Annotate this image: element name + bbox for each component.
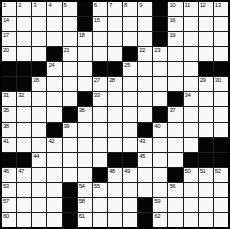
- black-cell-r15c10: [138, 213, 152, 227]
- cell-r3c15[interactable]: [214, 32, 228, 46]
- cell-r8c2[interactable]: [17, 107, 31, 121]
- black-cell-r8c5: [63, 107, 77, 121]
- cell-r3c1[interactable]: 17: [2, 32, 16, 46]
- black-cell-r3c11: [153, 32, 167, 46]
- black-cell-r5c3: [32, 62, 46, 76]
- cell-r8c12[interactable]: 37: [168, 107, 182, 121]
- cell-r14c13[interactable]: [184, 198, 198, 212]
- cell-r5c6[interactable]: [78, 62, 92, 76]
- cell-r1c14[interactable]: 12: [199, 2, 213, 16]
- clue-number-29: 29: [200, 77, 206, 84]
- clue-number-34: 34: [185, 92, 191, 99]
- clue-number-26: 26: [33, 77, 39, 84]
- cell-r3c14[interactable]: [199, 32, 213, 46]
- cell-r1c9[interactable]: 8: [123, 2, 137, 16]
- cell-r7c14[interactable]: [199, 92, 213, 106]
- clue-number-7: 7: [109, 2, 112, 9]
- clue-number-44: 44: [33, 153, 39, 160]
- cell-r12c14[interactable]: 51: [199, 168, 213, 182]
- cell-r8c8[interactable]: [108, 107, 122, 121]
- cell-r12c11[interactable]: [153, 168, 167, 182]
- cell-r15c2[interactable]: [17, 213, 31, 227]
- cell-r12c9[interactable]: 49: [123, 168, 137, 182]
- black-cell-r11c2: [17, 153, 31, 167]
- cell-r4c8[interactable]: [108, 47, 122, 61]
- cell-r3c9[interactable]: [123, 32, 137, 46]
- cell-r4c15[interactable]: [214, 47, 228, 61]
- cell-r14c6[interactable]: 58: [78, 198, 92, 212]
- clue-number-21: 21: [64, 47, 70, 54]
- black-cell-r14c10: [138, 198, 152, 212]
- cell-r9c2[interactable]: [17, 123, 31, 137]
- cell-r3c8[interactable]: [108, 32, 122, 46]
- cell-r11c5[interactable]: [63, 153, 77, 167]
- cell-r15c13[interactable]: [184, 213, 198, 227]
- cell-r2c15[interactable]: [214, 17, 228, 31]
- cell-r15c1[interactable]: 60: [2, 213, 16, 227]
- cell-r14c3[interactable]: [32, 198, 46, 212]
- cell-r14c9[interactable]: [123, 198, 137, 212]
- cell-r9c5[interactable]: 39: [63, 123, 77, 137]
- cell-r9c1[interactable]: 38: [2, 123, 16, 137]
- cell-r4c5[interactable]: 21: [63, 47, 77, 61]
- cell-r6c15[interactable]: 30: [214, 77, 228, 91]
- cell-r5c13[interactable]: [184, 62, 198, 76]
- cell-r5c12[interactable]: [168, 62, 182, 76]
- cell-r14c8[interactable]: [108, 198, 122, 212]
- cell-r14c11[interactable]: 59: [153, 198, 167, 212]
- clue-number-32: 32: [18, 92, 24, 99]
- cell-r6c13[interactable]: [184, 77, 198, 91]
- clue-number-60: 60: [3, 213, 9, 220]
- cell-r6c4[interactable]: [47, 77, 61, 91]
- cell-r10c6[interactable]: [78, 138, 92, 152]
- clue-number-40: 40: [154, 123, 160, 130]
- cell-r1c5[interactable]: 5: [63, 2, 77, 16]
- cell-r12c4[interactable]: [47, 168, 61, 182]
- cell-r7c9[interactable]: [123, 92, 137, 106]
- black-cell-r7c12: [168, 92, 182, 106]
- cell-r4c12[interactable]: [168, 47, 182, 61]
- black-cell-r6c1: [2, 77, 16, 91]
- clue-number-4: 4: [48, 2, 51, 9]
- cell-r3c13[interactable]: [184, 32, 198, 46]
- cell-r7c15[interactable]: [214, 92, 228, 106]
- black-cell-r10c14: [199, 138, 213, 152]
- black-cell-r11c14: [199, 153, 213, 167]
- cell-r4c2[interactable]: [17, 47, 31, 61]
- black-cell-r2c6: [78, 17, 92, 31]
- clue-number-31: 31: [3, 92, 9, 99]
- cell-r2c4[interactable]: [47, 17, 61, 31]
- cell-r15c9[interactable]: [123, 213, 137, 227]
- cell-r7c13[interactable]: 34: [184, 92, 198, 106]
- black-cell-r1c11: [153, 2, 167, 16]
- cell-r12c15[interactable]: 52: [214, 168, 228, 182]
- cell-r4c3[interactable]: [32, 47, 46, 61]
- cell-r3c4[interactable]: [47, 32, 61, 46]
- clue-number-9: 9: [139, 2, 142, 9]
- black-cell-r5c7: [93, 62, 107, 76]
- clue-number-41: 41: [3, 138, 9, 145]
- black-cell-r12c7: [93, 168, 107, 182]
- cell-r14c14[interactable]: [199, 198, 213, 212]
- clue-number-20: 20: [3, 47, 9, 54]
- cell-r6c3[interactable]: 26: [32, 77, 46, 91]
- clue-number-30: 30: [215, 77, 221, 84]
- clue-number-10: 10: [169, 2, 175, 9]
- cell-r7c2[interactable]: 32: [17, 92, 31, 106]
- cell-r6c12[interactable]: [168, 77, 182, 91]
- clue-number-62: 62: [154, 213, 160, 220]
- cell-r6c7[interactable]: 27: [93, 77, 107, 91]
- cell-r4c1[interactable]: 20: [2, 47, 16, 61]
- cell-r13c4[interactable]: [47, 183, 61, 197]
- clue-number-6: 6: [94, 2, 97, 9]
- black-cell-r11c13: [184, 153, 198, 167]
- cell-r15c7[interactable]: [93, 213, 107, 227]
- clue-number-8: 8: [124, 2, 127, 9]
- cell-r15c8[interactable]: [108, 213, 122, 227]
- clue-number-27: 27: [94, 77, 100, 84]
- black-cell-r10c15: [214, 138, 228, 152]
- clue-number-38: 38: [3, 123, 9, 130]
- clue-number-48: 48: [109, 168, 115, 175]
- clue-number-54: 54: [79, 183, 85, 190]
- black-cell-r11c9: [123, 153, 137, 167]
- cell-r2c7[interactable]: 15: [93, 17, 107, 31]
- cell-r5c11[interactable]: [153, 62, 167, 76]
- clue-number-17: 17: [3, 32, 9, 39]
- clue-number-28: 28: [109, 77, 115, 84]
- cell-r1c8[interactable]: 7: [108, 2, 122, 16]
- cell-r14c7[interactable]: [93, 198, 107, 212]
- clue-number-22: 22: [139, 47, 145, 54]
- cell-r3c6[interactable]: 18: [78, 32, 92, 46]
- cell-r4c11[interactable]: 23: [153, 47, 167, 61]
- black-cell-r4c9: [123, 47, 137, 61]
- clue-number-13: 13: [215, 2, 221, 9]
- black-cell-r5c14: [199, 62, 213, 76]
- cell-r13c6[interactable]: 54: [78, 183, 92, 197]
- clue-number-36: 36: [79, 107, 85, 114]
- cell-r12c3[interactable]: [32, 168, 46, 182]
- clue-number-37: 37: [169, 107, 175, 114]
- clue-number-5: 5: [64, 2, 67, 9]
- clue-number-19: 19: [169, 32, 175, 39]
- cell-r14c4[interactable]: [47, 198, 61, 212]
- cell-r15c11[interactable]: 62: [153, 213, 167, 227]
- cell-r10c9[interactable]: [123, 138, 137, 152]
- cell-r9c13[interactable]: [184, 123, 198, 137]
- cell-r13c15[interactable]: [214, 183, 228, 197]
- black-cell-r11c15: [214, 153, 228, 167]
- cell-r2c14[interactable]: [199, 17, 213, 31]
- cell-r6c6[interactable]: [78, 77, 92, 91]
- cell-r7c7[interactable]: 33: [93, 92, 107, 106]
- black-cell-r6c2: [17, 77, 31, 91]
- cell-r9c6[interactable]: [78, 123, 92, 137]
- cell-r7c11[interactable]: [153, 92, 167, 106]
- cell-r3c7[interactable]: [93, 32, 107, 46]
- clue-number-47: 47: [18, 168, 24, 175]
- cell-r6c8[interactable]: 28: [108, 77, 122, 91]
- cell-r2c3[interactable]: [32, 17, 46, 31]
- cell-r12c2[interactable]: 47: [17, 168, 31, 182]
- cell-r15c4[interactable]: [47, 213, 61, 227]
- cell-r6c14[interactable]: 29: [199, 77, 213, 91]
- cell-r4c10[interactable]: 22: [138, 47, 152, 61]
- clue-number-57: 57: [3, 198, 9, 205]
- cell-r1c12[interactable]: 10: [168, 2, 182, 16]
- clue-number-25: 25: [124, 62, 130, 69]
- cell-r13c14[interactable]: [199, 183, 213, 197]
- clue-number-23: 23: [154, 47, 160, 54]
- crossword-page: 1234567891011121314151617181920212223242…: [0, 0, 230, 229]
- cell-r12c8[interactable]: 48: [108, 168, 122, 182]
- cell-r8c10[interactable]: [138, 107, 152, 121]
- black-cell-r15c5: [63, 213, 77, 227]
- cell-r1c1[interactable]: 1: [2, 2, 16, 16]
- clue-number-35: 35: [3, 107, 9, 114]
- cell-r12c6[interactable]: [78, 168, 92, 182]
- cell-r1c3[interactable]: 3: [32, 2, 46, 16]
- cell-r3c5[interactable]: [63, 32, 77, 46]
- cell-r14c12[interactable]: [168, 198, 182, 212]
- clue-number-18: 18: [79, 32, 85, 39]
- clue-number-2: 2: [18, 2, 21, 9]
- cell-r8c6[interactable]: 36: [78, 107, 92, 121]
- black-cell-r9c4: [47, 123, 61, 137]
- cell-r1c15[interactable]: 13: [214, 2, 228, 16]
- cell-r13c2[interactable]: [17, 183, 31, 197]
- cell-r9c15[interactable]: [214, 123, 228, 137]
- cell-r9c3[interactable]: [32, 123, 46, 137]
- clue-number-56: 56: [169, 183, 175, 190]
- cell-r12c13[interactable]: 50: [184, 168, 198, 182]
- cell-r10c3[interactable]: [32, 138, 46, 152]
- clue-number-24: 24: [48, 62, 54, 69]
- cell-r11c7[interactable]: [93, 153, 107, 167]
- cell-r2c9[interactable]: [123, 17, 137, 31]
- black-cell-r13c5: [63, 183, 77, 197]
- cell-r10c7[interactable]: [93, 138, 107, 152]
- cell-r12c1[interactable]: 46: [2, 168, 16, 182]
- cell-r2c10[interactable]: [138, 17, 152, 31]
- cell-r2c8[interactable]: [108, 17, 122, 31]
- cell-r8c4[interactable]: [47, 107, 61, 121]
- clue-number-15: 15: [94, 17, 100, 24]
- black-cell-r9c10: [138, 123, 152, 137]
- clue-number-59: 59: [154, 198, 160, 205]
- cell-r15c6[interactable]: 61: [78, 213, 92, 227]
- cell-r9c14[interactable]: [199, 123, 213, 137]
- cell-r2c5[interactable]: [63, 17, 77, 31]
- cell-r2c13[interactable]: [184, 17, 198, 31]
- black-cell-r7c6: [78, 92, 92, 106]
- cell-r13c1[interactable]: 53: [2, 183, 16, 197]
- cell-r10c10[interactable]: 43: [138, 138, 152, 152]
- clue-number-61: 61: [79, 213, 85, 220]
- cell-r7c4[interactable]: [47, 92, 61, 106]
- black-cell-r2c11: [153, 17, 167, 31]
- clue-number-14: 14: [3, 17, 9, 24]
- cell-r14c15[interactable]: [214, 198, 228, 212]
- black-cell-r11c8: [108, 153, 122, 167]
- clue-number-42: 42: [48, 138, 54, 145]
- clue-number-49: 49: [124, 168, 130, 175]
- cell-r13c10[interactable]: [138, 183, 152, 197]
- clue-number-3: 3: [33, 2, 36, 9]
- cell-r5c10[interactable]: [138, 62, 152, 76]
- cell-r9c9[interactable]: [123, 123, 137, 137]
- cell-r4c14[interactable]: [199, 47, 213, 61]
- cell-r14c1[interactable]: 57: [2, 198, 16, 212]
- cell-r8c15[interactable]: [214, 107, 228, 121]
- cell-r10c5[interactable]: [63, 138, 77, 152]
- black-cell-r8c11: [153, 107, 167, 121]
- cell-r9c8[interactable]: [108, 123, 122, 137]
- cell-r13c3[interactable]: [32, 183, 46, 197]
- cell-r8c9[interactable]: [123, 107, 137, 121]
- cell-r4c7[interactable]: [93, 47, 107, 61]
- black-cell-r1c6: [78, 2, 92, 16]
- cell-r7c3[interactable]: [32, 92, 46, 106]
- cell-r10c12[interactable]: [168, 138, 182, 152]
- cell-r1c4[interactable]: 4: [47, 2, 61, 16]
- cell-r6c11[interactable]: [153, 77, 167, 91]
- cell-r13c8[interactable]: [108, 183, 122, 197]
- cell-r13c13[interactable]: [184, 183, 198, 197]
- cell-r8c13[interactable]: [184, 107, 198, 121]
- clue-number-39: 39: [64, 123, 70, 130]
- cell-r11c3[interactable]: 44: [32, 153, 46, 167]
- black-cell-r5c1: [2, 62, 16, 76]
- cell-r9c7[interactable]: [93, 123, 107, 137]
- clue-number-33: 33: [94, 92, 100, 99]
- cell-r3c10[interactable]: [138, 32, 152, 46]
- clue-number-55: 55: [94, 183, 100, 190]
- black-cell-r14c5: [63, 198, 77, 212]
- black-cell-r12c12: [168, 168, 182, 182]
- cell-r2c2[interactable]: [17, 17, 31, 31]
- clue-number-50: 50: [185, 168, 191, 175]
- cell-r8c14[interactable]: [199, 107, 213, 121]
- clue-number-43: 43: [139, 138, 145, 145]
- cell-r2c12[interactable]: 16: [168, 17, 182, 31]
- cell-r11c10[interactable]: 45: [138, 153, 152, 167]
- cell-r13c11[interactable]: [153, 183, 167, 197]
- cell-r6c5[interactable]: [63, 77, 77, 91]
- black-cell-r5c2: [17, 62, 31, 76]
- cell-r7c10[interactable]: [138, 92, 152, 106]
- cell-r10c11[interactable]: [153, 138, 167, 152]
- cell-r1c10[interactable]: 9: [138, 2, 152, 16]
- cell-r15c15[interactable]: [214, 213, 228, 227]
- cell-r3c3[interactable]: [32, 32, 46, 46]
- cell-r7c1[interactable]: 31: [2, 92, 16, 106]
- cell-r8c7[interactable]: [93, 107, 107, 121]
- cell-r11c11[interactable]: [153, 153, 167, 167]
- cell-r2c1[interactable]: 14: [2, 17, 16, 31]
- cell-r1c7[interactable]: 6: [93, 2, 107, 16]
- cell-r9c12[interactable]: [168, 123, 182, 137]
- cell-r15c3[interactable]: [32, 213, 46, 227]
- cell-r5c4[interactable]: 24: [47, 62, 61, 76]
- clue-number-45: 45: [139, 153, 145, 160]
- cell-r4c6[interactable]: [78, 47, 92, 61]
- clue-number-1: 1: [3, 2, 6, 9]
- clue-number-11: 11: [185, 2, 190, 9]
- black-cell-r5c15: [214, 62, 228, 76]
- cell-r13c9[interactable]: [123, 183, 137, 197]
- clue-number-51: 51: [200, 168, 206, 175]
- cell-r15c12[interactable]: [168, 213, 182, 227]
- cell-r10c1[interactable]: 41: [2, 138, 16, 152]
- cell-r11c12[interactable]: [168, 153, 182, 167]
- cell-r10c4[interactable]: 42: [47, 138, 61, 152]
- cell-r7c5[interactable]: [63, 92, 77, 106]
- cell-r13c12[interactable]: 56: [168, 183, 182, 197]
- cell-r6c10[interactable]: [138, 77, 152, 91]
- cell-r10c2[interactable]: [17, 138, 31, 152]
- cell-r3c12[interactable]: 19: [168, 32, 182, 46]
- cell-r7c8[interactable]: [108, 92, 122, 106]
- black-cell-r5c8: [108, 62, 122, 76]
- cell-r8c3[interactable]: [32, 107, 46, 121]
- cell-r4c13[interactable]: [184, 47, 198, 61]
- cell-r15c14[interactable]: [199, 213, 213, 227]
- cell-r1c2[interactable]: 2: [17, 2, 31, 16]
- cell-r1c13[interactable]: 11: [184, 2, 198, 16]
- clue-number-16: 16: [169, 17, 175, 24]
- cell-r14c2[interactable]: [17, 198, 31, 212]
- cell-r11c4[interactable]: [47, 153, 61, 167]
- cell-r6c9[interactable]: [123, 77, 137, 91]
- cell-r13c7[interactable]: 55: [93, 183, 107, 197]
- clue-number-12: 12: [200, 2, 206, 9]
- clue-number-53: 53: [3, 183, 9, 190]
- black-cell-r4c4: [47, 47, 61, 61]
- cell-r11c6[interactable]: [78, 153, 92, 167]
- clue-number-46: 46: [3, 168, 9, 175]
- cell-r8c1[interactable]: 35: [2, 107, 16, 121]
- cell-r5c5[interactable]: [63, 62, 77, 76]
- black-cell-r11c1: [2, 153, 16, 167]
- clue-number-52: 52: [215, 168, 221, 175]
- cell-r9c11[interactable]: 40: [153, 123, 167, 137]
- cell-r10c8[interactable]: [108, 138, 122, 152]
- cell-r12c10[interactable]: [138, 168, 152, 182]
- cell-r3c2[interactable]: [17, 32, 31, 46]
- cell-r5c9[interactable]: 25: [123, 62, 137, 76]
- crossword-grid: 1234567891011121314151617181920212223242…: [0, 0, 230, 229]
- cell-r12c5[interactable]: [63, 168, 77, 182]
- cell-r10c13[interactable]: [184, 138, 198, 152]
- clue-number-58: 58: [79, 198, 85, 205]
